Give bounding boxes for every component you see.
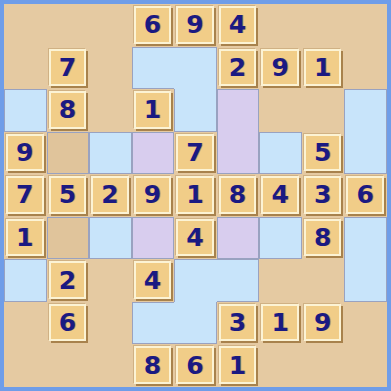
cell-r4c5: 7 [174, 132, 217, 175]
cell-r9c9[interactable] [344, 344, 387, 387]
cell-r3c7[interactable] [259, 89, 302, 132]
cell-r7c4: 4 [132, 259, 175, 302]
cell-r1c3[interactable] [89, 4, 132, 47]
tile-1: 1 [134, 91, 172, 129]
tile-6: 6 [346, 176, 384, 214]
tile-9: 9 [304, 304, 342, 342]
tile-2: 2 [219, 49, 257, 87]
tile-9: 9 [134, 176, 172, 214]
cell-r6c9[interactable] [344, 217, 387, 260]
cell-r4c8: 5 [302, 132, 345, 175]
tile-1: 1 [219, 346, 257, 384]
tile-6: 6 [134, 6, 172, 44]
cell-r5c7: 4 [259, 174, 302, 217]
tile-8: 8 [219, 176, 257, 214]
tile-6: 6 [176, 346, 214, 384]
cell-r9c7[interactable] [259, 344, 302, 387]
cell-r2c2: 7 [47, 47, 90, 90]
cell-r5c6: 8 [217, 174, 260, 217]
cell-r3c9[interactable] [344, 89, 387, 132]
cell-r6c7[interactable] [259, 217, 302, 260]
cell-r5c1: 7 [4, 174, 47, 217]
cell-r7c9[interactable] [344, 259, 387, 302]
cell-r5c2: 5 [47, 174, 90, 217]
cell-r6c5: 4 [174, 217, 217, 260]
cell-r2c4[interactable] [132, 47, 175, 90]
cell-r1c4: 6 [132, 4, 175, 47]
cell-r4c1: 9 [4, 132, 47, 175]
tile-9: 9 [261, 49, 299, 87]
cell-r8c2: 6 [47, 302, 90, 345]
cell-r6c3[interactable] [89, 217, 132, 260]
cell-r7c2: 2 [47, 259, 90, 302]
cell-r8c4[interactable] [132, 302, 175, 345]
tile-8: 8 [134, 346, 172, 384]
tile-1: 1 [6, 219, 44, 257]
tile-2: 2 [91, 176, 129, 214]
cell-r1c9[interactable] [344, 4, 387, 47]
cell-r8c3[interactable] [89, 302, 132, 345]
tile-4: 4 [261, 176, 299, 214]
tile-3: 3 [219, 304, 257, 342]
cell-r2c3[interactable] [89, 47, 132, 90]
tile-8: 8 [304, 219, 342, 257]
cell-r7c5[interactable] [174, 259, 217, 302]
cell-r9c3[interactable] [89, 344, 132, 387]
cell-r3c5[interactable] [174, 89, 217, 132]
cell-r3c1[interactable] [4, 89, 47, 132]
cell-r1c8[interactable] [302, 4, 345, 47]
cell-r1c1[interactable] [4, 4, 47, 47]
cell-r9c8[interactable] [302, 344, 345, 387]
cell-r1c6: 4 [217, 4, 260, 47]
tile-7: 7 [176, 134, 214, 172]
cell-r5c4: 9 [132, 174, 175, 217]
cell-r2c8: 1 [302, 47, 345, 90]
tile-8: 8 [49, 91, 87, 129]
cell-r6c6[interactable] [217, 217, 260, 260]
cell-r5c9: 6 [344, 174, 387, 217]
cell-r8c1[interactable] [4, 302, 47, 345]
cell-r2c7: 9 [259, 47, 302, 90]
tile-2: 2 [49, 261, 87, 299]
cell-r2c6: 2 [217, 47, 260, 90]
cell-r5c5: 1 [174, 174, 217, 217]
cell-r9c5: 6 [174, 344, 217, 387]
cell-r6c2[interactable] [47, 217, 90, 260]
cell-r5c3: 2 [89, 174, 132, 217]
cell-r4c6[interactable] [217, 132, 260, 175]
cell-r6c1: 1 [4, 217, 47, 260]
tile-1: 1 [304, 49, 342, 87]
tile-5: 5 [304, 134, 342, 172]
cell-r8c7: 1 [259, 302, 302, 345]
cell-r1c5: 9 [174, 4, 217, 47]
cell-r4c7[interactable] [259, 132, 302, 175]
tile-9: 9 [6, 134, 44, 172]
cell-r7c6[interactable] [217, 259, 260, 302]
cell-r4c4[interactable] [132, 132, 175, 175]
cell-r8c8: 9 [302, 302, 345, 345]
cell-r5c8: 3 [302, 174, 345, 217]
cell-r9c6: 1 [217, 344, 260, 387]
tile-4: 4 [219, 6, 257, 44]
cell-r9c2[interactable] [47, 344, 90, 387]
tile-5: 5 [49, 176, 87, 214]
cell-r6c4[interactable] [132, 217, 175, 260]
cell-r3c2: 8 [47, 89, 90, 132]
cell-r7c3[interactable] [89, 259, 132, 302]
sudoku-board-frame: 694729181975752918436148246319861 [0, 0, 391, 391]
cell-r9c1[interactable] [4, 344, 47, 387]
cell-r4c9[interactable] [344, 132, 387, 175]
cell-r8c6: 3 [217, 302, 260, 345]
tile-7: 7 [6, 176, 44, 214]
cell-r4c3[interactable] [89, 132, 132, 175]
tile-4: 4 [176, 219, 214, 257]
tile-1: 1 [261, 304, 299, 342]
cell-r8c5[interactable] [174, 302, 217, 345]
cell-r7c7[interactable] [259, 259, 302, 302]
cell-r3c8[interactable] [302, 89, 345, 132]
cell-r4c2[interactable] [47, 132, 90, 175]
cell-r1c7[interactable] [259, 4, 302, 47]
cell-r2c1[interactable] [4, 47, 47, 90]
cell-r1c2[interactable] [47, 4, 90, 47]
tile-1: 1 [176, 176, 214, 214]
cell-r7c8[interactable] [302, 259, 345, 302]
sudoku-board: 694729181975752918436148246319861 [4, 4, 387, 387]
tile-7: 7 [49, 49, 87, 87]
cell-r3c3[interactable] [89, 89, 132, 132]
tile-3: 3 [304, 176, 342, 214]
cell-r2c5[interactable] [174, 47, 217, 90]
tile-6: 6 [49, 304, 87, 342]
cell-r2c9[interactable] [344, 47, 387, 90]
cell-r3c4: 1 [132, 89, 175, 132]
cell-r3c6[interactable] [217, 89, 260, 132]
cell-r7c1[interactable] [4, 259, 47, 302]
tile-4: 4 [134, 261, 172, 299]
cell-r6c8: 8 [302, 217, 345, 260]
cell-r9c4: 8 [132, 344, 175, 387]
cell-r8c9[interactable] [344, 302, 387, 345]
tile-9: 9 [176, 6, 214, 44]
